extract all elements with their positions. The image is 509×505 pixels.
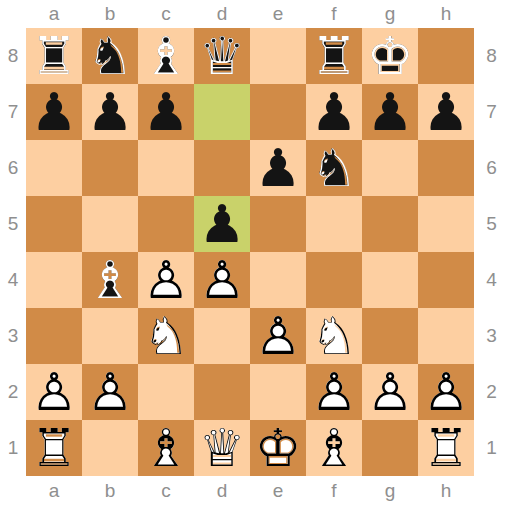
file-label-b: b: [82, 476, 138, 505]
piece-black-pawn[interactable]: ♟: [250, 140, 306, 196]
square-d8[interactable]: ♛♕: [194, 28, 250, 84]
square-d3[interactable]: [194, 308, 250, 364]
chessboard-widget: abcdefgh 87654321 ♜♖♞♘♝♗♛♕♜♖♚♔♟♟♟♟♟♟♟♞♘♟…: [0, 0, 509, 505]
square-e6[interactable]: ♟: [250, 140, 306, 196]
rank-label-3: 3: [474, 308, 509, 364]
rank-label-7: 7: [0, 84, 26, 140]
square-c8[interactable]: ♝♗: [138, 28, 194, 84]
piece-black-pawn[interactable]: ♟: [306, 84, 362, 140]
square-e7[interactable]: [250, 84, 306, 140]
square-h1[interactable]: ♜♖: [418, 420, 474, 476]
piece-white-pawn[interactable]: ♟♙: [250, 308, 306, 364]
square-c5[interactable]: [138, 196, 194, 252]
file-label-h: h: [418, 0, 474, 28]
corner-bottom-right: [474, 476, 509, 505]
piece-white-king[interactable]: ♚♔: [250, 420, 306, 476]
square-b4[interactable]: ♝♗: [82, 252, 138, 308]
rank-label-2: 2: [474, 364, 509, 420]
square-b5[interactable]: [82, 196, 138, 252]
piece-white-rook[interactable]: ♜♖: [418, 420, 474, 476]
file-label-f: f: [306, 476, 362, 505]
corner-top-right: [474, 0, 509, 28]
file-label-d: d: [194, 0, 250, 28]
file-label-c: c: [138, 476, 194, 505]
file-labels-top: abcdefgh: [26, 0, 474, 28]
file-label-f: f: [306, 0, 362, 28]
square-h5[interactable]: [418, 196, 474, 252]
square-a7[interactable]: ♟: [26, 84, 82, 140]
rank-label-1: 1: [0, 420, 26, 476]
file-label-g: g: [362, 476, 418, 505]
piece-white-rook[interactable]: ♜♖: [26, 420, 82, 476]
square-d5[interactable]: ♟: [194, 196, 250, 252]
piece-black-pawn[interactable]: ♟: [362, 84, 418, 140]
file-label-g: g: [362, 0, 418, 28]
rank-label-7: 7: [474, 84, 509, 140]
piece-white-knight[interactable]: ♞♘: [138, 308, 194, 364]
square-e5[interactable]: [250, 196, 306, 252]
square-h6[interactable]: [418, 140, 474, 196]
square-d2[interactable]: [194, 364, 250, 420]
piece-black-pawn[interactable]: ♟: [418, 84, 474, 140]
rank-label-6: 6: [474, 140, 509, 196]
square-c1[interactable]: ♝♗: [138, 420, 194, 476]
square-b3[interactable]: [82, 308, 138, 364]
square-f6[interactable]: ♞♘: [306, 140, 362, 196]
square-c3[interactable]: ♞♘: [138, 308, 194, 364]
square-f3[interactable]: ♞♘: [306, 308, 362, 364]
square-c4[interactable]: ♟♙: [138, 252, 194, 308]
square-a8[interactable]: ♜♖: [26, 28, 82, 84]
square-f1[interactable]: ♝♗: [306, 420, 362, 476]
square-a5[interactable]: [26, 196, 82, 252]
file-label-a: a: [26, 476, 82, 505]
piece-black-pawn[interactable]: ♟: [138, 84, 194, 140]
rank-label-1: 1: [474, 420, 509, 476]
file-label-e: e: [250, 476, 306, 505]
square-f8[interactable]: ♜♖: [306, 28, 362, 84]
square-d4[interactable]: ♟♙: [194, 252, 250, 308]
square-a1[interactable]: ♜♖: [26, 420, 82, 476]
piece-white-pawn[interactable]: ♟♙: [138, 252, 194, 308]
square-c7[interactable]: ♟: [138, 84, 194, 140]
square-e1[interactable]: ♚♔: [250, 420, 306, 476]
square-e3[interactable]: ♟♙: [250, 308, 306, 364]
rank-labels-left: 87654321: [0, 28, 26, 476]
file-label-b: b: [82, 0, 138, 28]
piece-white-knight[interactable]: ♞♘: [306, 308, 362, 364]
square-c2[interactable]: [138, 364, 194, 420]
square-f4[interactable]: [306, 252, 362, 308]
piece-white-bishop[interactable]: ♝♗: [306, 420, 362, 476]
piece-white-pawn[interactable]: ♟♙: [306, 364, 362, 420]
square-b6[interactable]: [82, 140, 138, 196]
square-b8[interactable]: ♞♘: [82, 28, 138, 84]
piece-black-king[interactable]: ♚♔: [362, 28, 418, 84]
rank-labels-right: 87654321: [474, 28, 509, 476]
square-c6[interactable]: [138, 140, 194, 196]
square-g5[interactable]: [362, 196, 418, 252]
piece-white-pawn[interactable]: ♟♙: [194, 252, 250, 308]
square-h3[interactable]: [418, 308, 474, 364]
square-d1[interactable]: ♛♕: [194, 420, 250, 476]
rank-label-4: 4: [474, 252, 509, 308]
piece-black-pawn[interactable]: ♟: [82, 84, 138, 140]
square-g8[interactable]: ♚♔: [362, 28, 418, 84]
piece-black-rook[interactable]: ♜♖: [26, 28, 82, 84]
piece-white-pawn[interactable]: ♟♙: [418, 364, 474, 420]
square-e4[interactable]: [250, 252, 306, 308]
square-b2[interactable]: ♟♙: [82, 364, 138, 420]
square-b1[interactable]: [82, 420, 138, 476]
square-f5[interactable]: [306, 196, 362, 252]
rank-label-2: 2: [0, 364, 26, 420]
rank-label-3: 3: [0, 308, 26, 364]
piece-white-queen[interactable]: ♛♕: [194, 420, 250, 476]
file-label-a: a: [26, 0, 82, 28]
square-b7[interactable]: ♟: [82, 84, 138, 140]
piece-black-rook[interactable]: ♜♖: [306, 28, 362, 84]
piece-black-bishop[interactable]: ♝♗: [82, 252, 138, 308]
square-d6[interactable]: [194, 140, 250, 196]
square-f2[interactable]: ♟♙: [306, 364, 362, 420]
square-h7[interactable]: ♟: [418, 84, 474, 140]
rank-label-5: 5: [0, 196, 26, 252]
square-g7[interactable]: ♟: [362, 84, 418, 140]
square-a3[interactable]: [26, 308, 82, 364]
corner-top-left: [0, 0, 26, 28]
rank-label-8: 8: [474, 28, 509, 84]
rank-label-8: 8: [0, 28, 26, 84]
piece-white-pawn[interactable]: ♟♙: [82, 364, 138, 420]
square-a2[interactable]: ♟♙: [26, 364, 82, 420]
piece-black-pawn[interactable]: ♟: [26, 84, 82, 140]
square-g6[interactable]: [362, 140, 418, 196]
board: ♜♖♞♘♝♗♛♕♜♖♚♔♟♟♟♟♟♟♟♞♘♟♝♗♟♙♟♙♞♘♟♙♞♘♟♙♟♙♟♙…: [26, 28, 474, 476]
piece-black-pawn[interactable]: ♟: [194, 196, 250, 252]
square-e8[interactable]: [250, 28, 306, 84]
piece-white-pawn[interactable]: ♟♙: [362, 364, 418, 420]
piece-white-bishop[interactable]: ♝♗: [138, 420, 194, 476]
piece-white-pawn[interactable]: ♟♙: [26, 364, 82, 420]
file-label-h: h: [418, 476, 474, 505]
square-a6[interactable]: [26, 140, 82, 196]
square-a4[interactable]: [26, 252, 82, 308]
piece-black-knight[interactable]: ♞♘: [82, 28, 138, 84]
rank-label-4: 4: [0, 252, 26, 308]
square-f7[interactable]: ♟: [306, 84, 362, 140]
file-label-c: c: [138, 0, 194, 28]
piece-black-queen[interactable]: ♛♕: [194, 28, 250, 84]
square-h4[interactable]: [418, 252, 474, 308]
square-e2[interactable]: [250, 364, 306, 420]
square-h2[interactable]: ♟♙: [418, 364, 474, 420]
file-labels-bottom: abcdefgh: [26, 476, 474, 505]
piece-black-bishop[interactable]: ♝♗: [138, 28, 194, 84]
square-g3[interactable]: [362, 308, 418, 364]
piece-black-knight[interactable]: ♞♘: [306, 140, 362, 196]
square-h8[interactable]: [418, 28, 474, 84]
square-g2[interactable]: ♟♙: [362, 364, 418, 420]
file-label-d: d: [194, 476, 250, 505]
square-g1[interactable]: [362, 420, 418, 476]
rank-label-5: 5: [474, 196, 509, 252]
corner-bottom-left: [0, 476, 26, 505]
square-d7[interactable]: [194, 84, 250, 140]
rank-label-6: 6: [0, 140, 26, 196]
square-g4[interactable]: [362, 252, 418, 308]
file-label-e: e: [250, 0, 306, 28]
